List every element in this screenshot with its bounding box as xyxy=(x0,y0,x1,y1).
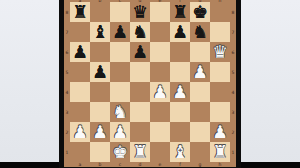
square-g7[interactable]: ♞ xyxy=(190,22,210,42)
square-h5[interactable] xyxy=(210,62,230,82)
square-f4[interactable]: ♟ xyxy=(170,82,190,102)
chess-board: abcdefgh 87654321 87654321 ♜♛♜♚♝♟♞♟♞♟♟♛♟… xyxy=(59,0,241,168)
square-g4[interactable] xyxy=(190,82,210,102)
square-h2[interactable]: ♟ xyxy=(210,122,230,142)
black-pawn: ♟ xyxy=(72,42,88,62)
square-a5[interactable] xyxy=(70,62,90,82)
black-pawn: ♟ xyxy=(92,62,108,82)
square-c1[interactable]: ♚ xyxy=(110,142,130,162)
square-e3[interactable] xyxy=(150,102,170,122)
board-grid: ♜♛♜♚♝♟♞♟♞♟♟♛♟♟♟♟♞♟♟♟♟♚♜♝♜ xyxy=(70,2,230,162)
white-rook: ♜ xyxy=(212,142,228,162)
rank-labels-right: 87654321 xyxy=(230,2,236,162)
black-queen: ♛ xyxy=(132,2,148,22)
square-g6[interactable] xyxy=(190,42,210,62)
square-h1[interactable]: ♜ xyxy=(210,142,230,162)
file-label-bottom-f: f xyxy=(170,162,190,167)
square-f6[interactable] xyxy=(170,42,190,62)
file-label-bottom-d: d xyxy=(130,162,150,167)
square-b7[interactable]: ♝ xyxy=(90,22,110,42)
rank-label-right-6: 6 xyxy=(230,42,236,62)
square-b5[interactable]: ♟ xyxy=(90,62,110,82)
square-d8[interactable]: ♛ xyxy=(130,2,150,22)
square-f5[interactable] xyxy=(170,62,190,82)
square-d1[interactable]: ♜ xyxy=(130,142,150,162)
square-d5[interactable] xyxy=(130,62,150,82)
square-e5[interactable] xyxy=(150,62,170,82)
square-e2[interactable] xyxy=(150,122,170,142)
black-king: ♚ xyxy=(192,2,208,22)
black-pawn: ♟ xyxy=(112,22,128,42)
square-f8[interactable]: ♜ xyxy=(170,2,190,22)
square-b8[interactable] xyxy=(90,2,110,22)
square-b6[interactable] xyxy=(90,42,110,62)
square-c5[interactable] xyxy=(110,62,130,82)
black-bishop: ♝ xyxy=(92,22,108,42)
square-d4[interactable] xyxy=(130,82,150,102)
square-g8[interactable]: ♚ xyxy=(190,2,210,22)
page-background: abcdefgh 87654321 87654321 ♜♛♜♚♝♟♞♟♞♟♟♛♟… xyxy=(0,0,300,168)
square-f1[interactable]: ♝ xyxy=(170,142,190,162)
square-h3[interactable] xyxy=(210,102,230,122)
white-pawn: ♟ xyxy=(212,122,228,142)
rank-label-right-5: 5 xyxy=(230,62,236,82)
black-knight: ♞ xyxy=(132,22,148,42)
square-f3[interactable] xyxy=(170,102,190,122)
file-label-bottom-a: a xyxy=(70,162,90,167)
square-h7[interactable] xyxy=(210,22,230,42)
white-rook: ♜ xyxy=(132,142,148,162)
file-label-bottom-c: c xyxy=(110,162,130,167)
white-pawn: ♟ xyxy=(192,62,208,82)
rank-label-right-1: 1 xyxy=(230,142,236,162)
rank-label-right-4: 4 xyxy=(230,82,236,102)
square-a2[interactable]: ♟ xyxy=(70,122,90,142)
white-knight: ♞ xyxy=(112,102,128,122)
square-c2[interactable]: ♟ xyxy=(110,122,130,142)
file-label-bottom-h: h xyxy=(210,162,230,167)
square-f7[interactable]: ♟ xyxy=(170,22,190,42)
square-a1[interactable] xyxy=(70,142,90,162)
square-e7[interactable] xyxy=(150,22,170,42)
square-f2[interactable] xyxy=(170,122,190,142)
black-pawn: ♟ xyxy=(132,42,148,62)
file-labels-bottom: abcdefgh xyxy=(70,162,230,167)
black-pawn: ♟ xyxy=(172,22,188,42)
file-label-bottom-g: g xyxy=(190,162,210,167)
square-e1[interactable] xyxy=(150,142,170,162)
black-rook: ♜ xyxy=(172,2,188,22)
square-d7[interactable]: ♞ xyxy=(130,22,150,42)
square-g3[interactable] xyxy=(190,102,210,122)
white-pawn: ♟ xyxy=(152,82,168,102)
white-pawn: ♟ xyxy=(112,122,128,142)
square-d6[interactable]: ♟ xyxy=(130,42,150,62)
square-a7[interactable] xyxy=(70,22,90,42)
white-pawn: ♟ xyxy=(72,122,88,142)
square-e4[interactable]: ♟ xyxy=(150,82,170,102)
square-g1[interactable] xyxy=(190,142,210,162)
square-h4[interactable] xyxy=(210,82,230,102)
file-label-bottom-b: b xyxy=(90,162,110,167)
square-h6[interactable]: ♛ xyxy=(210,42,230,62)
square-a4[interactable] xyxy=(70,82,90,102)
square-c4[interactable] xyxy=(110,82,130,102)
white-queen: ♛ xyxy=(212,42,228,62)
square-a8[interactable]: ♜ xyxy=(70,2,90,22)
square-h8[interactable] xyxy=(210,2,230,22)
white-pawn: ♟ xyxy=(92,122,108,142)
square-c6[interactable] xyxy=(110,42,130,62)
white-pawn: ♟ xyxy=(172,82,188,102)
square-b2[interactable]: ♟ xyxy=(90,122,110,142)
square-b3[interactable] xyxy=(90,102,110,122)
rank-label-right-3: 3 xyxy=(230,102,236,122)
black-rook: ♜ xyxy=(72,2,88,22)
square-e8[interactable] xyxy=(150,2,170,22)
square-e6[interactable] xyxy=(150,42,170,62)
rank-label-right-7: 7 xyxy=(230,22,236,42)
white-bishop: ♝ xyxy=(172,142,188,162)
square-b4[interactable] xyxy=(90,82,110,102)
square-a3[interactable] xyxy=(70,102,90,122)
square-c7[interactable]: ♟ xyxy=(110,22,130,42)
square-d3[interactable] xyxy=(130,102,150,122)
rank-label-right-8: 8 xyxy=(230,2,236,22)
square-b1[interactable] xyxy=(90,142,110,162)
black-knight: ♞ xyxy=(192,22,208,42)
square-g5[interactable]: ♟ xyxy=(190,62,210,82)
file-label-bottom-e: e xyxy=(150,162,170,167)
square-a6[interactable]: ♟ xyxy=(70,42,90,62)
square-g2[interactable] xyxy=(190,122,210,142)
square-c8[interactable] xyxy=(110,2,130,22)
square-d2[interactable] xyxy=(130,122,150,142)
rank-label-right-2: 2 xyxy=(230,122,236,142)
white-king: ♚ xyxy=(112,142,128,162)
square-c3[interactable]: ♞ xyxy=(110,102,130,122)
